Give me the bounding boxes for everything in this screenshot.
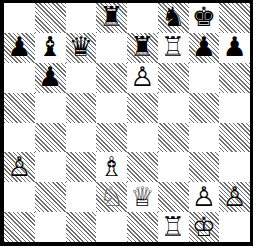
square-h5[interactable] [219,93,250,123]
square-a3[interactable]: ♙ [4,152,35,182]
black-pawn-piece: ♟ [223,33,247,60]
white-pawn-piece: ♙ [7,153,31,180]
square-h2[interactable]: ♙ [219,182,250,212]
black-queen-piece: ♛ [69,33,93,60]
square-g3[interactable] [189,152,220,182]
square-b6[interactable]: ♟ [35,63,66,93]
square-h6[interactable] [219,63,250,93]
square-d2[interactable]: ♘ [96,182,127,212]
square-a2[interactable] [4,182,35,212]
square-f8[interactable]: ♞ [158,3,189,33]
square-g7[interactable]: ♟ [189,33,220,63]
square-e7[interactable]: ♜ [127,33,158,63]
black-king-piece: ♚ [192,3,216,30]
black-bishop-piece: ♝ [38,33,62,60]
square-f3[interactable] [158,152,189,182]
square-h3[interactable] [219,152,250,182]
black-rook-piece: ♜ [100,3,124,30]
square-f2[interactable] [158,182,189,212]
square-e2[interactable]: ♕ [127,182,158,212]
square-d5[interactable] [96,93,127,123]
black-rook-piece: ♜ [130,33,154,60]
square-g4[interactable] [189,123,220,153]
square-b2[interactable] [35,182,66,212]
square-h4[interactable] [219,123,250,153]
square-e3[interactable] [127,152,158,182]
square-c1[interactable] [66,212,97,242]
square-c5[interactable] [66,93,97,123]
square-b3[interactable] [35,152,66,182]
chess-diagram: ♜♞♚♟♝♛♜♖♟♟♟♙♙♗♘♕♙♙♖♔ [0,0,256,248]
square-f7[interactable]: ♖ [158,33,189,63]
square-e4[interactable] [127,123,158,153]
square-g2[interactable]: ♙ [189,182,220,212]
square-e6[interactable]: ♙ [127,63,158,93]
square-c8[interactable] [66,3,97,33]
square-e8[interactable] [127,3,158,33]
white-rook-piece: ♖ [161,213,185,240]
square-c6[interactable] [66,63,97,93]
white-king-piece: ♔ [192,213,216,240]
square-h1[interactable] [219,212,250,242]
square-a8[interactable] [4,3,35,33]
black-knight-piece: ♞ [161,3,185,30]
white-rook-piece: ♖ [161,33,185,60]
square-a7[interactable]: ♟ [4,33,35,63]
square-c4[interactable] [66,123,97,153]
black-pawn-piece: ♟ [7,33,31,60]
square-a1[interactable] [4,212,35,242]
square-b7[interactable]: ♝ [35,33,66,63]
square-d7[interactable] [96,33,127,63]
square-g6[interactable] [189,63,220,93]
square-e5[interactable] [127,93,158,123]
square-h7[interactable]: ♟ [219,33,250,63]
square-e1[interactable] [127,212,158,242]
white-knight-piece: ♘ [100,183,124,210]
board-frame: ♜♞♚♟♝♛♜♖♟♟♟♙♙♗♘♕♙♙♖♔ [0,0,253,246]
square-a5[interactable] [4,93,35,123]
square-d4[interactable] [96,123,127,153]
square-d3[interactable]: ♗ [96,152,127,182]
square-b1[interactable] [35,212,66,242]
white-pawn-piece: ♙ [192,183,216,210]
square-d1[interactable] [96,212,127,242]
square-b8[interactable] [35,3,66,33]
square-a4[interactable] [4,123,35,153]
square-b5[interactable] [35,93,66,123]
white-pawn-piece: ♙ [223,183,247,210]
square-g5[interactable] [189,93,220,123]
black-pawn-piece: ♟ [38,63,62,90]
square-h8[interactable] [219,3,250,33]
square-c7[interactable]: ♛ [66,33,97,63]
square-f5[interactable] [158,93,189,123]
square-f1[interactable]: ♖ [158,212,189,242]
square-b4[interactable] [35,123,66,153]
square-g1[interactable]: ♔ [189,212,220,242]
white-pawn-piece: ♙ [130,63,154,90]
square-f4[interactable] [158,123,189,153]
chess-board: ♜♞♚♟♝♛♜♖♟♟♟♙♙♗♘♕♙♙♖♔ [4,3,250,242]
square-c3[interactable] [66,152,97,182]
square-g8[interactable]: ♚ [189,3,220,33]
square-c2[interactable] [66,182,97,212]
square-d8[interactable]: ♜ [96,3,127,33]
white-queen-piece: ♕ [130,183,154,210]
square-d6[interactable] [96,63,127,93]
square-a6[interactable] [4,63,35,93]
white-bishop-piece: ♗ [100,153,124,180]
black-pawn-piece: ♟ [192,33,216,60]
square-f6[interactable] [158,63,189,93]
